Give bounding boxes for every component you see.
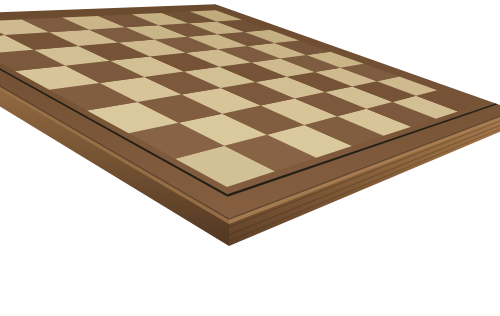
chessboard-product-photo <box>0 0 500 316</box>
chess-board <box>0 0 500 316</box>
